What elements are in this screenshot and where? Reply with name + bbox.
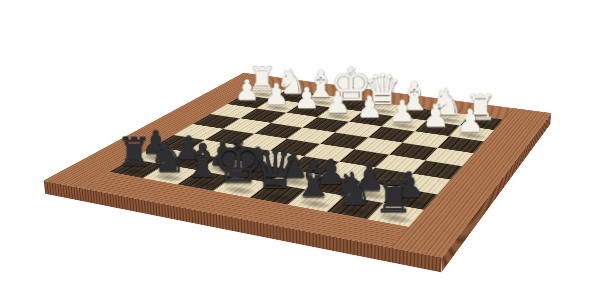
white-pawn-glyph: ♟ <box>356 93 382 121</box>
white-pawn-glyph: ♟ <box>456 106 483 135</box>
white-pawn-glyph: ♟ <box>389 98 415 126</box>
chessboard-scene: ♜♞♝♛♚♝♞♜♟♟♟♟♟♟♟♟♟♟♟♟♟♟♟♟♜♞♝♛♚♝♞♜ <box>0 0 600 307</box>
wooden-chessboard: ♜♞♝♛♚♝♞♜♟♟♟♟♟♟♟♟♟♟♟♟♟♟♟♟♜♞♝♛♚♝♞♜ <box>44 73 551 257</box>
black-rook-glyph: ♜ <box>373 176 413 218</box>
white-pawn-glyph: ♟ <box>422 102 449 130</box>
piece-black-rook-a8[interactable]: ♜ <box>365 146 422 218</box>
piece-white-pawn-a2[interactable]: ♟ <box>446 77 493 136</box>
